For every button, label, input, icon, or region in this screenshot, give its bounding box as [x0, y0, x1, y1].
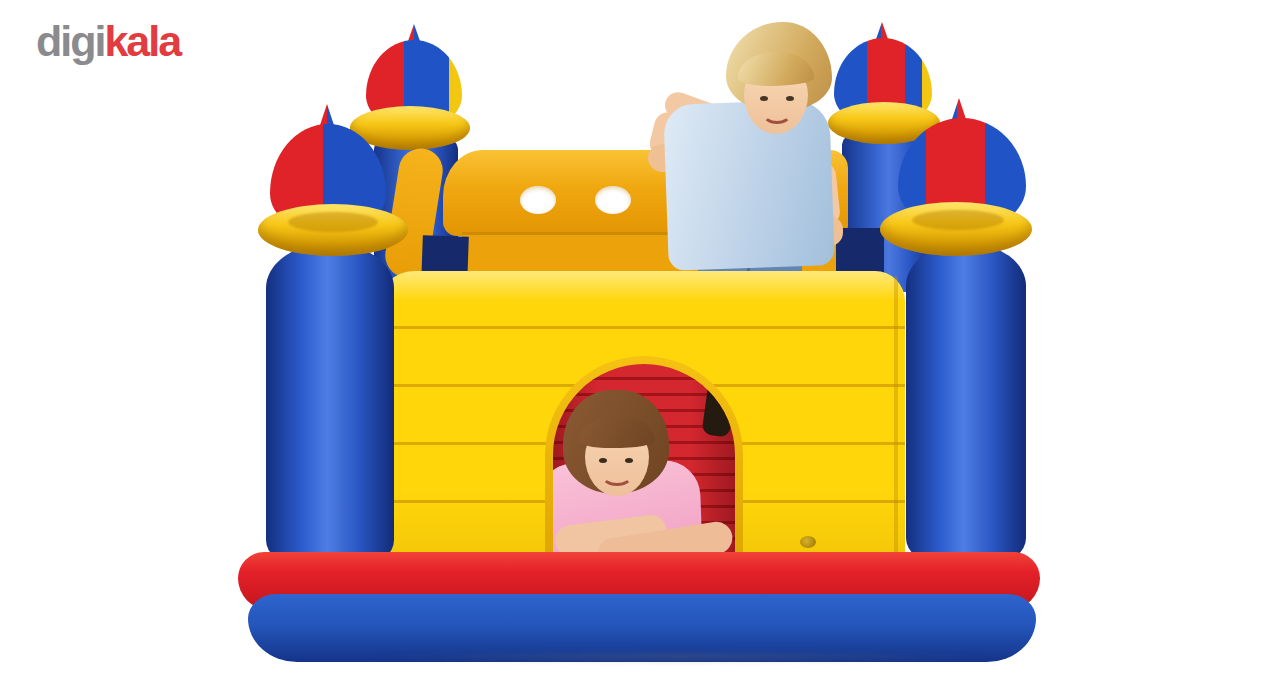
- boy-smile: [762, 102, 792, 124]
- girl-eye-right: [625, 458, 633, 463]
- girl-smile: [601, 464, 633, 486]
- porthole-1: [520, 186, 556, 214]
- girl-eye-left: [599, 458, 607, 463]
- porthole-2: [595, 186, 631, 214]
- front-wall-edge-seam: [894, 276, 898, 560]
- boy-eye-left: [760, 96, 768, 101]
- front-left-ring-hole: [288, 212, 378, 232]
- product-image: digikala: [0, 0, 1280, 700]
- front-left-tower-column: [266, 244, 394, 566]
- ground-shadow: [360, 650, 1000, 664]
- front-right-tower-column: [906, 244, 1026, 564]
- boy-eye-right: [786, 96, 794, 101]
- logo-digi-text: digi: [36, 17, 104, 65]
- air-valve: [800, 536, 816, 548]
- arch-interior: [553, 364, 735, 564]
- boy-shirt: [663, 99, 835, 271]
- front-right-ring-hole: [912, 210, 1004, 230]
- digikala-logo: digikala: [36, 20, 180, 63]
- logo-kala-text: kala: [104, 17, 180, 65]
